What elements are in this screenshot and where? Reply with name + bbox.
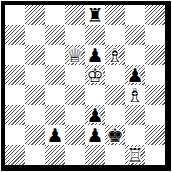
square-c4[interactable]	[45, 85, 65, 105]
square-c1[interactable]	[45, 145, 65, 165]
square-a3[interactable]	[5, 105, 25, 125]
white-bishop-f6[interactable]: ♗	[106, 45, 123, 65]
square-g2[interactable]	[125, 125, 145, 145]
square-h2[interactable]	[145, 125, 165, 145]
square-d3[interactable]	[65, 105, 85, 125]
square-a8[interactable]	[5, 5, 25, 25]
square-f5[interactable]	[105, 65, 125, 85]
square-c3[interactable]	[45, 105, 65, 125]
square-c8[interactable]	[45, 5, 65, 25]
chess-board: ♜♕♟♗♔♟♗♟♟♟♚♖	[5, 5, 165, 165]
chess-diagram: ♜♕♟♗♔♟♗♟♟♟♚♖	[0, 0, 172, 172]
square-b4[interactable]	[25, 85, 45, 105]
square-a4[interactable]	[5, 85, 25, 105]
white-rook-g1[interactable]: ♖	[126, 145, 143, 165]
square-f8[interactable]	[105, 5, 125, 25]
square-e7[interactable]	[85, 25, 105, 45]
board-frame: ♜♕♟♗♔♟♗♟♟♟♚♖	[1, 1, 171, 171]
square-d6[interactable]: ♕	[65, 45, 85, 65]
square-g6[interactable]	[125, 45, 145, 65]
square-f6[interactable]: ♗	[105, 45, 125, 65]
square-h8[interactable]	[145, 5, 165, 25]
square-a2[interactable]	[5, 125, 25, 145]
square-d5[interactable]	[65, 65, 85, 85]
square-g8[interactable]	[125, 5, 145, 25]
black-rook-e8[interactable]: ♜	[86, 5, 103, 25]
square-e8[interactable]: ♜	[85, 5, 105, 25]
square-a5[interactable]	[5, 65, 25, 85]
square-c7[interactable]	[45, 25, 65, 45]
square-e2[interactable]: ♟	[85, 125, 105, 145]
square-f3[interactable]	[105, 105, 125, 125]
square-d7[interactable]	[65, 25, 85, 45]
square-b8[interactable]	[25, 5, 45, 25]
square-f1[interactable]	[105, 145, 125, 165]
square-d4[interactable]	[65, 85, 85, 105]
white-bishop-g4[interactable]: ♗	[126, 85, 143, 105]
square-e1[interactable]	[85, 145, 105, 165]
square-h4[interactable]	[145, 85, 165, 105]
white-king-e5[interactable]: ♔	[86, 65, 103, 85]
square-e5[interactable]: ♔	[85, 65, 105, 85]
square-c2[interactable]: ♟	[45, 125, 65, 145]
square-b6[interactable]	[25, 45, 45, 65]
square-d8[interactable]	[65, 5, 85, 25]
square-g3[interactable]	[125, 105, 145, 125]
square-h3[interactable]	[145, 105, 165, 125]
black-pawn-g5[interactable]: ♟	[126, 65, 143, 85]
square-f2[interactable]: ♚	[105, 125, 125, 145]
square-e6[interactable]: ♟	[85, 45, 105, 65]
black-pawn-c2[interactable]: ♟	[46, 125, 63, 145]
black-pawn-e3[interactable]: ♟	[86, 105, 103, 125]
square-b2[interactable]	[25, 125, 45, 145]
black-pawn-e2[interactable]: ♟	[86, 125, 103, 145]
square-b1[interactable]	[25, 145, 45, 165]
square-a1[interactable]	[5, 145, 25, 165]
square-h5[interactable]	[145, 65, 165, 85]
square-c5[interactable]	[45, 65, 65, 85]
square-d2[interactable]	[65, 125, 85, 145]
square-h6[interactable]	[145, 45, 165, 65]
square-d1[interactable]	[65, 145, 85, 165]
square-h7[interactable]	[145, 25, 165, 45]
square-h1[interactable]	[145, 145, 165, 165]
square-c6[interactable]	[45, 45, 65, 65]
square-e3[interactable]: ♟	[85, 105, 105, 125]
square-e4[interactable]	[85, 85, 105, 105]
square-a7[interactable]	[5, 25, 25, 45]
square-b3[interactable]	[25, 105, 45, 125]
white-queen-d6[interactable]: ♕	[66, 45, 83, 65]
black-pawn-e6[interactable]: ♟	[86, 45, 103, 65]
square-g1[interactable]: ♖	[125, 145, 145, 165]
square-g4[interactable]: ♗	[125, 85, 145, 105]
square-g7[interactable]	[125, 25, 145, 45]
square-g5[interactable]: ♟	[125, 65, 145, 85]
black-king-f2[interactable]: ♚	[106, 125, 123, 145]
square-f7[interactable]	[105, 25, 125, 45]
square-b5[interactable]	[25, 65, 45, 85]
square-f4[interactable]	[105, 85, 125, 105]
square-b7[interactable]	[25, 25, 45, 45]
square-a6[interactable]	[5, 45, 25, 65]
